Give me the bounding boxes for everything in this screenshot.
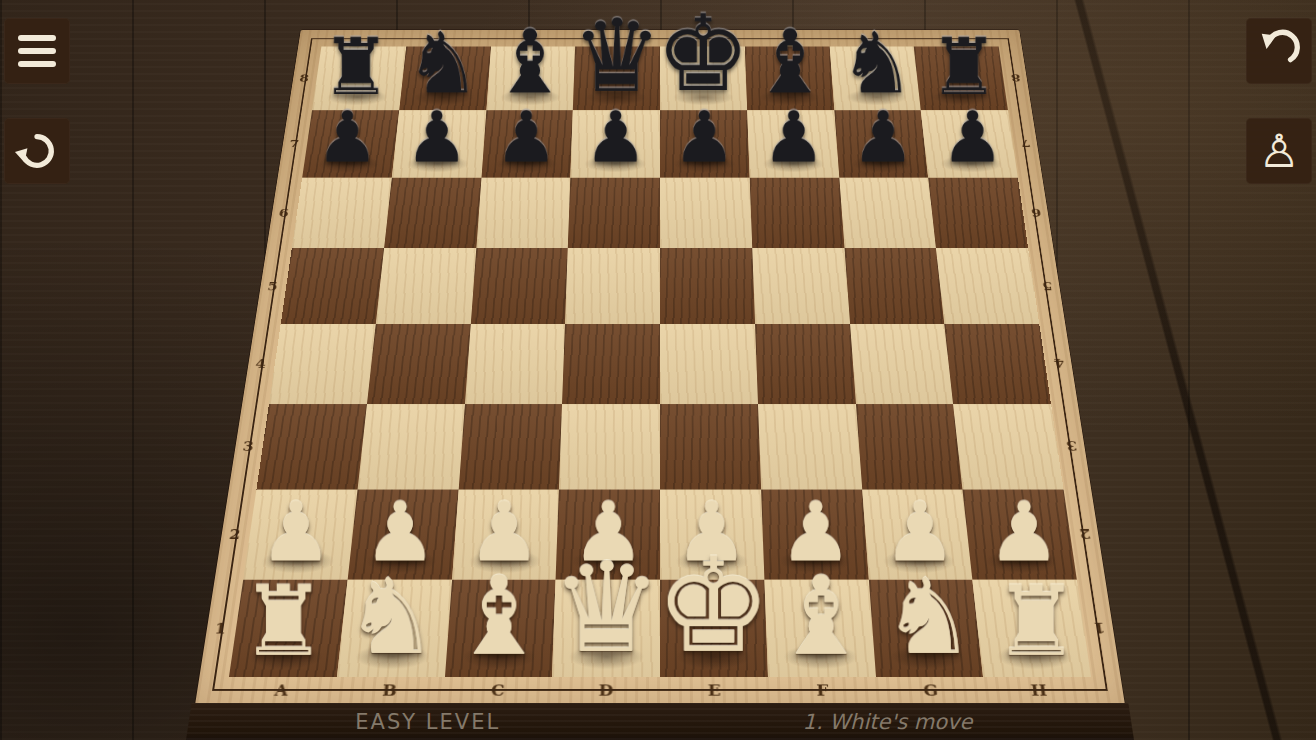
square-f4[interactable] (755, 324, 856, 404)
square-e7[interactable]: ♟ (660, 110, 749, 177)
chess-board: ♜♞♝♛♚♝♞♜♟♟♟♟♟♟♟♟♟♟♟♟♟♟♟♟♜♞♝♛♚♝♞♜ 88A77B6… (195, 30, 1125, 705)
square-d3[interactable] (559, 404, 660, 489)
piece-black-bishop-f8[interactable]: ♝ (751, 21, 830, 104)
piece-black-pawn-g7[interactable]: ♟ (851, 104, 914, 171)
square-e1[interactable]: ♚ (660, 580, 768, 677)
square-g7[interactable]: ♟ (834, 110, 928, 177)
square-c1[interactable]: ♝ (444, 580, 555, 677)
square-h1[interactable]: ♜ (973, 580, 1091, 677)
piece-black-pawn-f7[interactable]: ♟ (762, 104, 825, 171)
square-h6[interactable] (928, 177, 1028, 248)
square-b6[interactable] (384, 177, 481, 248)
square-e3[interactable] (660, 404, 761, 489)
piece-black-pawn-d7[interactable]: ♟ (584, 104, 647, 171)
square-b4[interactable] (367, 324, 471, 404)
square-a3[interactable] (256, 404, 366, 489)
square-b1[interactable]: ♞ (337, 580, 452, 677)
square-d1[interactable]: ♛ (552, 580, 660, 677)
piece-white-rook-h1[interactable]: ♜ (993, 576, 1080, 668)
square-h4[interactable] (944, 324, 1051, 404)
square-d5[interactable] (565, 249, 660, 324)
piece-black-bishop-c8[interactable]: ♝ (491, 21, 570, 104)
restart-button[interactable] (4, 118, 70, 184)
square-b7[interactable]: ♟ (392, 110, 486, 177)
square-a7[interactable]: ♟ (302, 110, 399, 177)
piece-black-pawn-b7[interactable]: ♟ (405, 104, 468, 171)
square-g1[interactable]: ♞ (868, 580, 983, 677)
piece-black-king-e8[interactable]: ♚ (656, 4, 750, 104)
square-a5[interactable] (281, 249, 384, 324)
square-d7[interactable]: ♟ (571, 110, 660, 177)
square-e5[interactable] (660, 249, 755, 324)
board-grid: ♜♞♝♛♚♝♞♜♟♟♟♟♟♟♟♟♟♟♟♟♟♟♟♟♜♞♝♛♚♝♞♜ (229, 47, 1091, 677)
square-a1[interactable]: ♜ (229, 580, 347, 677)
square-h7[interactable]: ♟ (921, 110, 1018, 177)
square-c4[interactable] (464, 324, 565, 404)
restart-icon (14, 128, 60, 174)
piece-white-knight-b1[interactable]: ♞ (344, 568, 438, 667)
square-a4[interactable] (269, 324, 376, 404)
square-c7[interactable]: ♟ (481, 110, 573, 177)
undo-button[interactable] (1246, 18, 1312, 84)
square-g3[interactable] (856, 404, 963, 489)
piece-white-queen-d1[interactable]: ♛ (550, 550, 662, 668)
piece-black-pawn-c7[interactable]: ♟ (495, 104, 558, 171)
piece-black-rook-a8[interactable]: ♜ (321, 30, 391, 104)
square-e4[interactable] (660, 324, 758, 404)
menu-button[interactable] (4, 18, 70, 84)
piece-black-pawn-a7[interactable]: ♟ (316, 104, 379, 171)
square-f3[interactable] (758, 404, 862, 489)
square-h3[interactable] (953, 404, 1063, 489)
square-g6[interactable] (839, 177, 936, 248)
piece-black-pawn-h7[interactable]: ♟ (941, 104, 1004, 171)
square-f5[interactable] (752, 249, 850, 324)
menu-icon (18, 35, 56, 67)
square-h5[interactable] (936, 249, 1039, 324)
square-c3[interactable] (458, 404, 562, 489)
pawn-icon: ♙ (1258, 128, 1299, 174)
square-c6[interactable] (476, 177, 571, 248)
square-c5[interactable] (470, 249, 568, 324)
level-label: EASY LEVEL (355, 710, 500, 734)
board-front-face: EASY LEVEL 1. White's move (186, 703, 1134, 740)
square-d6[interactable] (568, 177, 660, 248)
piece-white-bishop-f1[interactable]: ♝ (772, 565, 869, 668)
square-g5[interactable] (844, 249, 944, 324)
square-f6[interactable] (749, 177, 844, 248)
piece-black-knight-b8[interactable]: ♞ (405, 24, 481, 104)
square-g4[interactable] (850, 324, 954, 404)
square-f1[interactable]: ♝ (764, 580, 875, 677)
player-side-button[interactable]: ♙ (1246, 118, 1312, 184)
move-status: 1. White's move (803, 710, 973, 734)
square-d4[interactable] (562, 324, 660, 404)
square-b5[interactable] (376, 249, 476, 324)
piece-white-pawn-a2[interactable]: ♟ (260, 493, 334, 571)
square-f7[interactable]: ♟ (747, 110, 839, 177)
square-a6[interactable] (292, 177, 392, 248)
piece-white-rook-a1[interactable]: ♜ (241, 576, 328, 668)
square-e6[interactable] (660, 177, 752, 248)
square-b3[interactable] (357, 404, 464, 489)
piece-black-queen-d8[interactable]: ♛ (572, 9, 662, 104)
piece-white-knight-g1[interactable]: ♞ (882, 568, 976, 667)
piece-white-pawn-h2[interactable]: ♟ (987, 493, 1061, 571)
piece-black-pawn-e7[interactable]: ♟ (673, 104, 736, 171)
piece-white-bishop-c1[interactable]: ♝ (450, 565, 547, 668)
piece-white-king-e1[interactable]: ♚ (655, 544, 772, 668)
undo-icon (1256, 28, 1302, 74)
piece-black-rook-h8[interactable]: ♜ (929, 30, 999, 104)
piece-black-knight-g8[interactable]: ♞ (839, 24, 915, 104)
